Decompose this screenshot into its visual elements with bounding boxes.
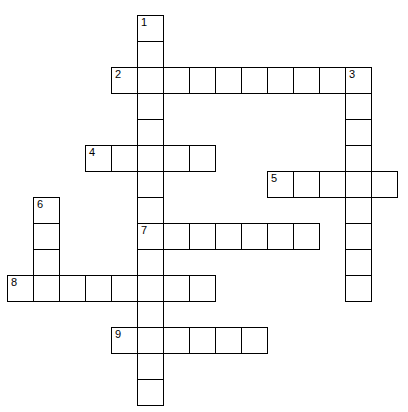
grid-cell[interactable] xyxy=(111,145,138,172)
grid-cell[interactable] xyxy=(293,171,320,198)
grid-cell[interactable]: 1 xyxy=(137,15,164,42)
grid-cell[interactable] xyxy=(137,41,164,68)
grid-cell[interactable] xyxy=(163,145,190,172)
grid-cell[interactable] xyxy=(137,301,164,328)
grid-cell[interactable] xyxy=(189,145,216,172)
grid-cell[interactable] xyxy=(85,275,112,302)
grid-cell[interactable] xyxy=(137,327,164,354)
grid-cell[interactable] xyxy=(345,171,372,198)
grid-cell[interactable] xyxy=(33,249,60,276)
grid-cell[interactable] xyxy=(59,275,86,302)
grid-cell[interactable]: 6 xyxy=(33,197,60,224)
grid-cell[interactable] xyxy=(137,119,164,146)
clue-number: 8 xyxy=(11,277,17,288)
grid-cell[interactable] xyxy=(163,67,190,94)
grid-cell[interactable] xyxy=(137,249,164,276)
grid-cell[interactable] xyxy=(33,275,60,302)
grid-cell[interactable]: 3 xyxy=(345,67,372,94)
grid-cell[interactable] xyxy=(137,93,164,120)
grid-cell[interactable] xyxy=(345,275,372,302)
clue-number: 9 xyxy=(115,329,121,340)
grid-cell[interactable] xyxy=(241,223,268,250)
grid-cell[interactable] xyxy=(137,67,164,94)
grid-cell[interactable] xyxy=(345,93,372,120)
grid-cell[interactable] xyxy=(293,67,320,94)
clue-number: 6 xyxy=(37,199,43,210)
grid-cell[interactable]: 4 xyxy=(85,145,112,172)
grid-cell[interactable] xyxy=(163,223,190,250)
grid-cell[interactable] xyxy=(345,197,372,224)
clue-number: 4 xyxy=(89,147,95,158)
grid-cell[interactable] xyxy=(189,67,216,94)
grid-cell[interactable] xyxy=(111,275,138,302)
grid-cell[interactable]: 7 xyxy=(137,223,164,250)
clue-number: 5 xyxy=(271,173,277,184)
grid-cell[interactable] xyxy=(137,171,164,198)
grid-cell[interactable]: 9 xyxy=(111,327,138,354)
grid-cell[interactable] xyxy=(189,327,216,354)
grid-cell[interactable] xyxy=(267,223,294,250)
grid-cell[interactable] xyxy=(137,197,164,224)
clue-number: 3 xyxy=(349,69,355,80)
grid-cell[interactable] xyxy=(189,275,216,302)
grid-cell[interactable] xyxy=(33,223,60,250)
grid-cell[interactable]: 2 xyxy=(111,67,138,94)
grid-cell[interactable] xyxy=(189,223,216,250)
grid-cell[interactable] xyxy=(241,327,268,354)
clue-number: 1 xyxy=(141,17,147,28)
clue-number: 2 xyxy=(115,69,121,80)
grid-cell[interactable] xyxy=(163,327,190,354)
grid-cell[interactable] xyxy=(319,171,346,198)
grid-cell[interactable] xyxy=(345,119,372,146)
grid-cell[interactable] xyxy=(241,67,268,94)
grid-cell[interactable] xyxy=(215,223,242,250)
grid-cell[interactable] xyxy=(215,67,242,94)
grid-cell[interactable]: 8 xyxy=(7,275,34,302)
crossword-grid: 123456789 xyxy=(7,15,398,406)
grid-cell[interactable] xyxy=(215,327,242,354)
grid-cell[interactable] xyxy=(293,223,320,250)
grid-cell[interactable] xyxy=(137,145,164,172)
grid-cell[interactable]: 5 xyxy=(267,171,294,198)
grid-cell[interactable] xyxy=(371,171,398,198)
crossword-puzzle: 123456789 xyxy=(0,0,408,412)
grid-cell[interactable] xyxy=(137,353,164,380)
grid-cell[interactable] xyxy=(319,67,346,94)
clue-number: 7 xyxy=(141,225,147,236)
grid-cell[interactable] xyxy=(163,275,190,302)
grid-cell[interactable] xyxy=(345,249,372,276)
grid-cell[interactable] xyxy=(137,379,164,406)
grid-cell[interactable] xyxy=(137,275,164,302)
grid-cell[interactable] xyxy=(345,223,372,250)
grid-cell[interactable] xyxy=(267,67,294,94)
grid-cell[interactable] xyxy=(345,145,372,172)
